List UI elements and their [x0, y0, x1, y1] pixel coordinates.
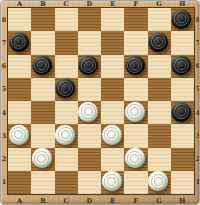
black-checker-d6[interactable]	[78, 55, 98, 75]
black-checker-b6[interactable]	[32, 55, 52, 75]
square-h2[interactable]	[171, 148, 194, 171]
file-labels-bottom: ABCDEFGH	[8, 195, 194, 205]
square-b8[interactable]	[31, 8, 54, 31]
black-checker-a7[interactable]	[9, 32, 29, 52]
file-label: A	[8, 198, 31, 204]
square-d5[interactable]	[78, 78, 101, 101]
square-g1[interactable]	[148, 171, 171, 194]
square-c8[interactable]	[55, 8, 78, 31]
square-a7[interactable]	[8, 31, 31, 54]
rank-label: 2	[196, 148, 200, 171]
square-e8[interactable]	[101, 8, 124, 31]
white-checker-g1[interactable]	[148, 171, 168, 191]
square-h4[interactable]	[171, 101, 194, 124]
square-c6[interactable]	[55, 55, 78, 78]
square-h5[interactable]	[171, 78, 194, 101]
square-a3[interactable]	[8, 124, 31, 147]
square-f5[interactable]	[124, 78, 147, 101]
white-checker-b2[interactable]	[32, 148, 52, 168]
square-h7[interactable]	[171, 31, 194, 54]
square-c4[interactable]	[55, 101, 78, 124]
white-checker-f4[interactable]	[125, 102, 145, 122]
square-e7[interactable]	[101, 31, 124, 54]
rank-label: 1	[2, 171, 7, 194]
square-b1[interactable]	[31, 171, 54, 194]
square-f3[interactable]	[124, 124, 147, 147]
square-c5[interactable]	[55, 78, 78, 101]
white-checker-a3[interactable]	[9, 125, 29, 145]
square-b4[interactable]	[31, 101, 54, 124]
square-g2[interactable]	[148, 148, 171, 171]
square-e4[interactable]	[101, 101, 124, 124]
square-g6[interactable]	[148, 55, 171, 78]
black-checker-g7[interactable]	[148, 32, 168, 52]
square-b7[interactable]	[31, 31, 54, 54]
square-a8[interactable]	[8, 8, 31, 31]
square-d4[interactable]	[78, 101, 101, 124]
rank-label: 2	[2, 148, 7, 171]
square-e6[interactable]	[101, 55, 124, 78]
square-e5[interactable]	[101, 78, 124, 101]
board-grid	[7, 7, 195, 195]
white-checker-c3[interactable]	[55, 125, 75, 145]
file-label: H	[171, 198, 194, 204]
black-checker-h6[interactable]	[171, 55, 191, 75]
square-h6[interactable]	[171, 55, 194, 78]
square-a4[interactable]	[8, 101, 31, 124]
square-d6[interactable]	[78, 55, 101, 78]
square-d1[interactable]	[78, 171, 101, 194]
square-d2[interactable]	[78, 148, 101, 171]
file-label: B	[31, 198, 54, 204]
checkers-board: ABCDEFGH ABCDEFGH 87654321 87654321	[0, 0, 200, 205]
black-checker-c5[interactable]	[55, 78, 75, 98]
rank-label: 8	[2, 8, 7, 31]
square-f7[interactable]	[124, 31, 147, 54]
white-checker-d4[interactable]	[78, 102, 98, 122]
square-a1[interactable]	[8, 171, 31, 194]
rank-label: 7	[2, 31, 7, 54]
white-checker-f2[interactable]	[125, 148, 145, 168]
square-c7[interactable]	[55, 31, 78, 54]
square-b2[interactable]	[31, 148, 54, 171]
square-f8[interactable]	[124, 8, 147, 31]
rank-label: 4	[2, 101, 7, 124]
square-d8[interactable]	[78, 8, 101, 31]
square-f2[interactable]	[124, 148, 147, 171]
square-c2[interactable]	[55, 148, 78, 171]
square-h8[interactable]	[171, 8, 194, 31]
file-label: F	[124, 198, 147, 204]
white-checker-e1[interactable]	[102, 171, 122, 191]
square-d3[interactable]	[78, 124, 101, 147]
square-a6[interactable]	[8, 55, 31, 78]
rank-label: 5	[2, 78, 7, 101]
square-e3[interactable]	[101, 124, 124, 147]
rank-label: 7	[196, 31, 200, 54]
square-b6[interactable]	[31, 55, 54, 78]
square-f1[interactable]	[124, 171, 147, 194]
square-h3[interactable]	[171, 124, 194, 147]
square-f6[interactable]	[124, 55, 147, 78]
square-b5[interactable]	[31, 78, 54, 101]
square-g5[interactable]	[148, 78, 171, 101]
square-g7[interactable]	[148, 31, 171, 54]
square-c3[interactable]	[55, 124, 78, 147]
rank-label: 6	[196, 55, 200, 78]
file-label: G	[148, 198, 171, 204]
square-c1[interactable]	[55, 171, 78, 194]
square-b3[interactable]	[31, 124, 54, 147]
file-label: D	[78, 198, 101, 204]
rank-label: 3	[196, 124, 200, 147]
rank-label: 1	[196, 171, 200, 194]
rank-labels-right: 87654321	[195, 8, 200, 194]
white-checker-e3[interactable]	[102, 125, 122, 145]
square-e2[interactable]	[101, 148, 124, 171]
rank-label: 8	[196, 8, 200, 31]
square-g8[interactable]	[148, 8, 171, 31]
file-label: E	[101, 198, 124, 204]
rank-label: 4	[196, 101, 200, 124]
square-d7[interactable]	[78, 31, 101, 54]
square-f4[interactable]	[124, 101, 147, 124]
black-checker-f6[interactable]	[125, 55, 145, 75]
black-checker-h4[interactable]	[171, 102, 191, 122]
rank-label: 6	[2, 55, 7, 78]
rank-label: 5	[196, 78, 200, 101]
black-checker-h8[interactable]	[171, 9, 191, 29]
square-e1[interactable]	[101, 171, 124, 194]
file-label: C	[55, 198, 78, 204]
square-g3[interactable]	[148, 124, 171, 147]
square-g4[interactable]	[148, 101, 171, 124]
rank-label: 3	[2, 124, 7, 147]
square-h1[interactable]	[171, 171, 194, 194]
square-a2[interactable]	[8, 148, 31, 171]
square-a5[interactable]	[8, 78, 31, 101]
